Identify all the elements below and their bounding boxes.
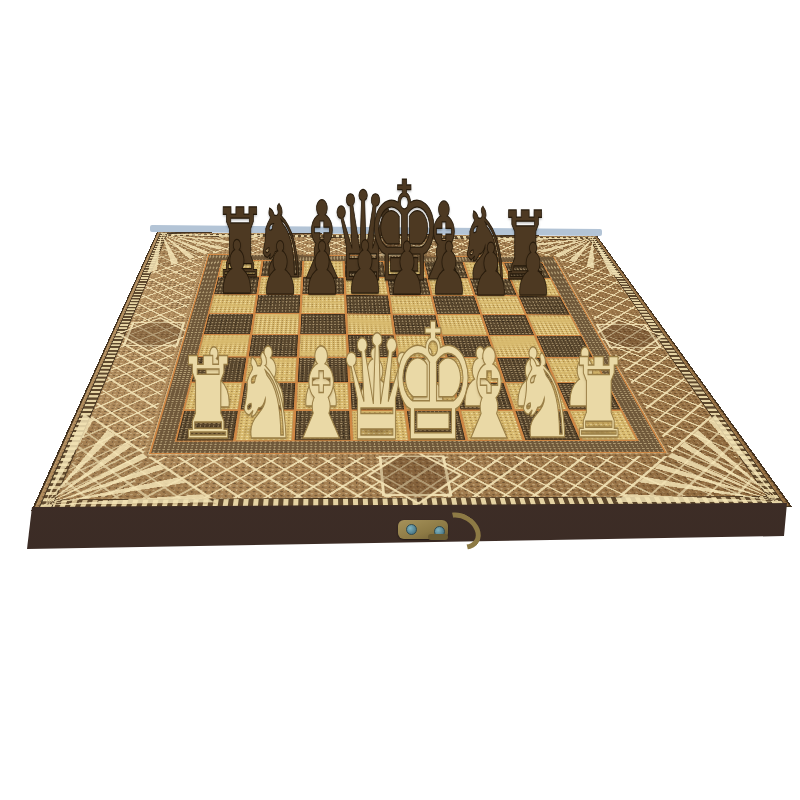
square-a6[interactable] xyxy=(209,294,256,312)
square-h1[interactable] xyxy=(570,411,637,440)
square-g1[interactable] xyxy=(516,411,580,440)
square-f1[interactable] xyxy=(461,411,523,440)
square-h3[interactable] xyxy=(547,358,606,382)
square-d4[interactable] xyxy=(348,335,396,357)
square-h8[interactable] xyxy=(504,263,550,279)
square-a7[interactable] xyxy=(214,277,259,294)
square-h2[interactable] xyxy=(558,383,621,409)
square-f8[interactable] xyxy=(425,262,468,278)
square-c3[interactable] xyxy=(298,358,348,382)
square-c6[interactable] xyxy=(301,295,344,313)
square-e8[interactable] xyxy=(385,262,427,278)
photo-background: ♜♞♝♛♚♝♞♜♟♟♟♟♟♟♟♟♟♟♟♟♟♟♟♟♜♞♝♛♚♝♞♜ xyxy=(0,0,800,800)
square-e4[interactable] xyxy=(395,335,445,357)
square-h5[interactable] xyxy=(527,315,580,335)
square-a8[interactable] xyxy=(219,260,262,276)
square-e6[interactable] xyxy=(390,295,436,313)
square-f2[interactable] xyxy=(454,383,512,409)
square-b3[interactable] xyxy=(245,358,297,382)
square-f5[interactable] xyxy=(438,315,488,335)
square-b2[interactable] xyxy=(240,383,295,410)
square-a1[interactable] xyxy=(177,411,238,441)
khatam-star-left xyxy=(116,320,191,349)
square-f3[interactable] xyxy=(448,358,503,382)
square-d3[interactable] xyxy=(349,358,400,382)
square-e1[interactable] xyxy=(406,411,465,440)
square-b8[interactable] xyxy=(261,261,302,277)
square-g4[interactable] xyxy=(490,336,544,358)
square-c5[interactable] xyxy=(300,314,345,334)
khatam-star-back xyxy=(355,237,409,257)
square-g2[interactable] xyxy=(506,383,567,409)
square-d8[interactable] xyxy=(344,261,385,277)
square-d5[interactable] xyxy=(347,314,393,334)
square-g7[interactable] xyxy=(470,278,517,295)
square-b4[interactable] xyxy=(249,335,298,357)
clasp-latch xyxy=(396,514,476,546)
square-e3[interactable] xyxy=(399,358,452,382)
square-g3[interactable] xyxy=(498,358,555,382)
square-b6[interactable] xyxy=(255,295,300,313)
square-c7[interactable] xyxy=(302,277,344,294)
square-b7[interactable] xyxy=(258,277,301,294)
square-e7[interactable] xyxy=(387,278,431,295)
square-e2[interactable] xyxy=(402,383,458,409)
square-d7[interactable] xyxy=(345,278,387,295)
square-c4[interactable] xyxy=(299,335,347,357)
square-b5[interactable] xyxy=(252,314,299,334)
khatam-star-front xyxy=(372,452,460,501)
square-b1[interactable] xyxy=(236,411,294,441)
square-c8[interactable] xyxy=(303,261,343,277)
clasp-screw-left xyxy=(406,524,417,535)
clasp-keeper xyxy=(428,534,448,540)
square-a5[interactable] xyxy=(204,314,253,334)
square-a3[interactable] xyxy=(192,358,246,382)
square-h7[interactable] xyxy=(511,279,559,296)
square-d2[interactable] xyxy=(350,383,404,409)
square-h6[interactable] xyxy=(519,296,569,314)
square-c2[interactable] xyxy=(296,383,349,410)
square-f6[interactable] xyxy=(433,296,480,314)
square-g5[interactable] xyxy=(483,315,534,335)
square-h4[interactable] xyxy=(537,336,593,358)
square-f7[interactable] xyxy=(429,278,474,295)
square-f4[interactable] xyxy=(443,335,495,357)
square-a4[interactable] xyxy=(198,335,250,357)
square-a2[interactable] xyxy=(185,383,243,410)
square-d1[interactable] xyxy=(351,411,408,440)
square-c1[interactable] xyxy=(294,411,350,440)
square-g6[interactable] xyxy=(476,296,525,314)
board-face xyxy=(31,232,793,511)
square-g8[interactable] xyxy=(465,262,510,278)
chessboard-grid xyxy=(175,260,639,442)
square-e5[interactable] xyxy=(392,315,440,335)
square-d6[interactable] xyxy=(346,295,390,313)
